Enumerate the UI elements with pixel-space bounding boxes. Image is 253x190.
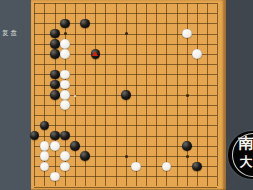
- watermark-char-bottom: 大: [222, 153, 253, 171]
- white-stone: [60, 151, 70, 161]
- black-stone: [50, 70, 60, 80]
- black-stone: [50, 80, 60, 90]
- black-stone: [50, 131, 60, 141]
- grid-vertical-line: [156, 3, 157, 187]
- white-stone: [60, 49, 70, 59]
- black-stone: [50, 49, 60, 59]
- white-stone: [60, 70, 70, 80]
- black-stone: [70, 141, 80, 151]
- white-stone: [50, 172, 60, 182]
- grid-horizontal-line: [34, 176, 217, 177]
- white-stone: [182, 29, 192, 39]
- black-stone: [30, 131, 40, 141]
- grid-vertical-line: [136, 3, 137, 187]
- white-stone: [40, 151, 50, 161]
- grid-horizontal-line: [34, 187, 217, 188]
- grid-horizontal-line: [34, 125, 217, 126]
- black-stone: [50, 90, 60, 100]
- black-stone: [192, 162, 202, 172]
- white-stone: [50, 141, 60, 151]
- app-screen: 复盘 南 大: [0, 0, 253, 190]
- white-stone: [192, 49, 202, 59]
- white-stone: [162, 162, 172, 172]
- black-stone: [121, 90, 131, 100]
- grid-vertical-line: [217, 3, 218, 187]
- grid-vertical-line: [197, 3, 198, 187]
- white-stone: [60, 90, 70, 100]
- go-board[interactable]: [31, 0, 226, 190]
- black-stone: [80, 151, 90, 161]
- star-point: [125, 155, 128, 158]
- black-stone: [182, 141, 192, 151]
- black-stone: [60, 131, 70, 141]
- watermark-char-top: 南: [222, 134, 253, 153]
- star-point: [186, 155, 189, 158]
- star-point: [186, 94, 189, 97]
- grid-vertical-line: [177, 3, 178, 187]
- star-point: [125, 32, 128, 35]
- black-stone: [50, 29, 60, 39]
- star-point: [64, 32, 67, 35]
- white-stone: [40, 141, 50, 151]
- black-stone: [80, 19, 90, 29]
- grid-vertical-line: [166, 3, 167, 187]
- left-sidebar: 复盘: [0, 0, 31, 190]
- black-stone: [50, 39, 60, 49]
- black-stone: [40, 121, 50, 131]
- white-stone: [131, 162, 141, 172]
- white-stone: [40, 162, 50, 172]
- white-stone: [60, 162, 70, 172]
- black-stone: [60, 19, 70, 29]
- white-stone: [60, 80, 70, 90]
- last-move-marker-icon: [92, 51, 98, 56]
- white-stone: [60, 39, 70, 49]
- review-mode-label: 复盘: [2, 29, 30, 38]
- white-stone: [60, 100, 70, 110]
- grid-vertical-line: [207, 3, 208, 187]
- grid-horizontal-line: [34, 115, 217, 116]
- grid-vertical-line: [146, 3, 147, 187]
